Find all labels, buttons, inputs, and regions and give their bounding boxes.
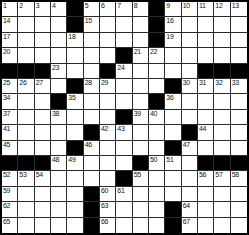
crossword-cell[interactable] <box>51 218 67 233</box>
clue-number: 57 <box>215 171 222 179</box>
crossword-cell[interactable] <box>116 79 132 94</box>
crossword-cell[interactable] <box>35 218 51 233</box>
clue-number: 10 <box>183 2 190 10</box>
black-square <box>67 141 83 156</box>
crossword-cell[interactable] <box>18 187 34 202</box>
black-square <box>84 218 100 233</box>
crossword-cell[interactable]: 64 <box>182 202 198 217</box>
black-square <box>214 64 230 79</box>
crossword-cell[interactable] <box>51 125 67 140</box>
clue-number: 53 <box>19 171 26 179</box>
crossword-grid: 1234567891011121314151617181920212223242… <box>0 0 249 235</box>
black-square <box>165 202 181 217</box>
crossword-cell[interactable] <box>214 17 230 32</box>
crossword-cell[interactable] <box>51 187 67 202</box>
clue-number: 36 <box>166 94 173 102</box>
clue-number: 13 <box>232 2 239 10</box>
clue-number: 18 <box>68 33 75 41</box>
clue-number: 23 <box>52 64 59 72</box>
crossword-cell[interactable]: 5 <box>84 2 100 17</box>
crossword-cell[interactable] <box>149 125 165 140</box>
black-square <box>84 202 100 217</box>
crossword-cell[interactable] <box>182 64 198 79</box>
clue-number: 31 <box>199 79 206 87</box>
clue-number: 63 <box>101 202 108 210</box>
crossword-cell[interactable] <box>35 48 51 63</box>
crossword-cell[interactable] <box>67 202 83 217</box>
black-square <box>35 156 51 171</box>
black-square <box>18 156 34 171</box>
crossword-cell[interactable] <box>100 110 116 125</box>
crossword-cell[interactable] <box>51 202 67 217</box>
crossword-cell[interactable] <box>67 48 83 63</box>
clue-number: 45 <box>3 141 10 149</box>
crossword-cell[interactable]: 6 <box>100 2 116 17</box>
crossword-cell[interactable] <box>165 171 181 186</box>
crossword-cell[interactable] <box>214 110 230 125</box>
clue-number: 15 <box>85 17 92 25</box>
crossword-cell[interactable] <box>214 94 230 109</box>
clue-number: 8 <box>134 2 138 10</box>
black-square <box>35 64 51 79</box>
crossword-cell[interactable]: 55 <box>133 171 149 186</box>
crossword-cell[interactable] <box>133 125 149 140</box>
clue-number: 34 <box>3 94 10 102</box>
crossword-cell[interactable]: 34 <box>2 94 18 109</box>
crossword-cell[interactable] <box>18 17 34 32</box>
crossword-cell[interactable]: 66 <box>100 218 116 233</box>
crossword-cell[interactable] <box>35 202 51 217</box>
crossword-cell[interactable]: 37 <box>2 110 18 125</box>
crossword-cell[interactable] <box>84 64 100 79</box>
crossword-cell[interactable]: 18 <box>67 33 83 48</box>
crossword-cell[interactable]: 12 <box>214 2 230 17</box>
clue-number: 12 <box>215 2 222 10</box>
crossword-cell[interactable]: 31 <box>198 79 214 94</box>
crossword-cell[interactable] <box>84 48 100 63</box>
crossword-cell[interactable]: 20 <box>2 48 18 63</box>
crossword-cell[interactable] <box>18 218 34 233</box>
black-square <box>231 156 247 171</box>
crossword-cell[interactable] <box>149 171 165 186</box>
crossword-cell[interactable]: 10 <box>182 2 198 17</box>
clue-number: 38 <box>52 110 59 118</box>
black-square <box>165 79 181 94</box>
clue-number: 47 <box>183 141 190 149</box>
clue-number: 58 <box>232 171 239 179</box>
crossword-cell[interactable] <box>214 33 230 48</box>
crossword-cell[interactable]: 65 <box>2 218 18 233</box>
crossword-cell[interactable] <box>231 110 247 125</box>
crossword-cell[interactable]: 19 <box>165 33 181 48</box>
clue-number: 32 <box>215 79 222 87</box>
crossword-cell[interactable]: 41 <box>2 125 18 140</box>
crossword-cell[interactable] <box>198 48 214 63</box>
crossword-cell[interactable] <box>67 187 83 202</box>
clue-number: 14 <box>3 17 10 25</box>
black-square <box>51 94 67 109</box>
crossword-cell[interactable] <box>116 94 132 109</box>
crossword-cell[interactable]: 14 <box>2 17 18 32</box>
clue-number: 2 <box>19 2 23 10</box>
crossword-cell[interactable]: 59 <box>2 187 18 202</box>
crossword-cell[interactable]: 26 <box>18 79 34 94</box>
crossword-cell[interactable] <box>51 79 67 94</box>
clue-number: 26 <box>19 79 26 87</box>
crossword-cell[interactable] <box>18 202 34 217</box>
crossword-cell[interactable] <box>133 17 149 32</box>
crossword-cell[interactable] <box>100 17 116 32</box>
clue-number: 52 <box>3 171 10 179</box>
crossword-cell[interactable] <box>100 48 116 63</box>
black-square <box>116 171 132 186</box>
black-square <box>116 48 132 63</box>
clue-number: 66 <box>101 218 108 226</box>
crossword-cell[interactable]: 57 <box>214 171 230 186</box>
black-square <box>2 64 18 79</box>
crossword-cell[interactable] <box>51 141 67 156</box>
crossword-cell[interactable] <box>100 94 116 109</box>
clue-number: 65 <box>3 218 10 226</box>
crossword-cell[interactable]: 63 <box>100 202 116 217</box>
crossword-cell[interactable] <box>133 79 149 94</box>
clue-number: 22 <box>150 48 157 56</box>
crossword-cell[interactable]: 24 <box>116 64 132 79</box>
clue-number: 30 <box>183 79 190 87</box>
clue-number: 1 <box>3 2 7 10</box>
crossword-cell[interactable] <box>165 187 181 202</box>
crossword-cell[interactable] <box>18 33 34 48</box>
clue-number: 20 <box>3 48 10 56</box>
crossword-cell[interactable] <box>84 171 100 186</box>
black-square <box>133 156 149 171</box>
black-square <box>67 2 83 17</box>
clue-number: 33 <box>232 79 239 87</box>
crossword-cell[interactable]: 32 <box>214 79 230 94</box>
crossword-cell[interactable] <box>35 94 51 109</box>
crossword-cell[interactable] <box>214 125 230 140</box>
crossword-cell[interactable] <box>133 187 149 202</box>
clue-number: 50 <box>150 156 157 164</box>
black-square <box>84 187 100 202</box>
black-square <box>149 17 165 32</box>
crossword-cell[interactable]: 38 <box>51 110 67 125</box>
crossword-cell[interactable] <box>231 187 247 202</box>
crossword-cell[interactable] <box>116 33 132 48</box>
crossword-cell[interactable] <box>182 187 198 202</box>
clue-number: 19 <box>166 33 173 41</box>
clue-number: 59 <box>3 187 10 195</box>
clue-number: 3 <box>36 2 40 10</box>
crossword-cell[interactable] <box>231 202 247 217</box>
crossword-cell[interactable] <box>116 141 132 156</box>
crossword-cell[interactable] <box>133 202 149 217</box>
black-square <box>84 125 100 140</box>
clue-number: 35 <box>68 94 75 102</box>
crossword-cell[interactable] <box>165 110 181 125</box>
clue-number: 28 <box>85 79 92 87</box>
black-square <box>182 125 198 140</box>
crossword-board: 1234567891011121314151617181920212223242… <box>0 0 249 235</box>
crossword-cell[interactable] <box>35 141 51 156</box>
crossword-cell[interactable] <box>231 94 247 109</box>
crossword-cell[interactable]: 48 <box>51 156 67 171</box>
crossword-cell[interactable] <box>67 218 83 233</box>
crossword-cell[interactable]: 17 <box>2 33 18 48</box>
black-square <box>165 218 181 233</box>
clue-number: 39 <box>134 110 141 118</box>
crossword-cell[interactable] <box>149 218 165 233</box>
crossword-cell[interactable] <box>133 94 149 109</box>
clue-number: 17 <box>3 33 10 41</box>
crossword-cell[interactable]: 43 <box>116 125 132 140</box>
crossword-cell[interactable]: 53 <box>18 171 34 186</box>
black-square <box>149 33 165 48</box>
crossword-cell[interactable]: 56 <box>198 171 214 186</box>
clue-number: 61 <box>117 187 124 195</box>
clue-number: 4 <box>52 2 56 10</box>
crossword-cell[interactable]: 7 <box>116 2 132 17</box>
black-square <box>198 156 214 171</box>
crossword-cell[interactable]: 16 <box>165 17 181 32</box>
clue-number: 48 <box>52 156 59 164</box>
crossword-cell[interactable] <box>198 94 214 109</box>
crossword-cell[interactable] <box>116 17 132 32</box>
crossword-cell[interactable] <box>116 156 132 171</box>
crossword-cell[interactable]: 39 <box>133 110 149 125</box>
crossword-cell[interactable] <box>18 110 34 125</box>
crossword-cell[interactable]: 40 <box>149 110 165 125</box>
crossword-cell[interactable] <box>51 48 67 63</box>
crossword-cell[interactable]: 29 <box>100 79 116 94</box>
crossword-cell[interactable] <box>67 171 83 186</box>
crossword-cell[interactable] <box>133 218 149 233</box>
clue-number: 43 <box>117 125 124 133</box>
crossword-cell[interactable] <box>35 187 51 202</box>
crossword-cell[interactable] <box>165 64 181 79</box>
crossword-cell[interactable] <box>149 187 165 202</box>
crossword-cell[interactable] <box>84 94 100 109</box>
crossword-cell[interactable] <box>18 48 34 63</box>
crossword-cell[interactable] <box>198 141 214 156</box>
crossword-cell[interactable]: 33 <box>231 79 247 94</box>
clue-number: 41 <box>3 125 10 133</box>
crossword-cell[interactable]: 15 <box>84 17 100 32</box>
crossword-cell[interactable] <box>182 33 198 48</box>
crossword-cell[interactable] <box>182 94 198 109</box>
crossword-cell[interactable]: 42 <box>100 125 116 140</box>
crossword-cell[interactable]: 61 <box>116 187 132 202</box>
crossword-cell[interactable] <box>133 64 149 79</box>
clue-number: 37 <box>3 110 10 118</box>
crossword-cell[interactable] <box>198 110 214 125</box>
crossword-cell[interactable] <box>149 202 165 217</box>
crossword-cell[interactable]: 13 <box>231 2 247 17</box>
crossword-cell[interactable] <box>231 141 247 156</box>
crossword-cell[interactable] <box>214 187 230 202</box>
black-square <box>67 79 83 94</box>
clue-number: 67 <box>183 218 190 226</box>
crossword-cell[interactable] <box>18 141 34 156</box>
crossword-cell[interactable] <box>18 125 34 140</box>
clue-number: 54 <box>36 171 43 179</box>
crossword-cell[interactable]: 11 <box>198 2 214 17</box>
crossword-cell[interactable]: 50 <box>149 156 165 171</box>
crossword-cell[interactable] <box>182 156 198 171</box>
crossword-cell[interactable] <box>116 202 132 217</box>
crossword-cell[interactable] <box>231 33 247 48</box>
clue-number: 42 <box>101 125 108 133</box>
crossword-cell[interactable]: 54 <box>35 171 51 186</box>
crossword-cell[interactable] <box>198 33 214 48</box>
clue-number: 5 <box>85 2 89 10</box>
clue-number: 21 <box>134 48 141 56</box>
clue-number: 49 <box>68 156 75 164</box>
crossword-cell[interactable] <box>231 125 247 140</box>
crossword-cell[interactable] <box>51 171 67 186</box>
crossword-cell[interactable] <box>35 33 51 48</box>
crossword-cell[interactable]: 25 <box>2 79 18 94</box>
clue-number: 60 <box>101 187 108 195</box>
crossword-cell[interactable] <box>214 218 230 233</box>
crossword-cell[interactable]: 8 <box>133 2 149 17</box>
crossword-cell[interactable] <box>214 202 230 217</box>
clue-number: 6 <box>101 2 105 10</box>
crossword-cell[interactable] <box>165 125 181 140</box>
crossword-cell[interactable] <box>182 48 198 63</box>
crossword-cell[interactable]: 52 <box>2 171 18 186</box>
black-square <box>198 64 214 79</box>
crossword-cell[interactable]: 23 <box>51 64 67 79</box>
clue-number: 44 <box>199 125 206 133</box>
black-square <box>18 64 34 79</box>
crossword-cell[interactable]: 9 <box>165 2 181 17</box>
crossword-cell[interactable] <box>149 79 165 94</box>
black-square <box>149 94 165 109</box>
clue-number: 51 <box>166 156 173 164</box>
crossword-cell[interactable] <box>67 125 83 140</box>
crossword-cell[interactable]: 44 <box>198 125 214 140</box>
clue-number: 27 <box>36 79 43 87</box>
crossword-cell[interactable] <box>214 141 230 156</box>
crossword-cell[interactable] <box>35 110 51 125</box>
crossword-cell[interactable] <box>116 218 132 233</box>
crossword-cell[interactable] <box>67 110 83 125</box>
crossword-cell[interactable] <box>84 156 100 171</box>
crossword-cell[interactable] <box>165 48 181 63</box>
crossword-cell[interactable] <box>149 64 165 79</box>
crossword-cell[interactable]: 30 <box>182 79 198 94</box>
crossword-cell[interactable]: 4 <box>51 2 67 17</box>
clue-number: 62 <box>3 202 10 210</box>
crossword-cell[interactable]: 1 <box>2 2 18 17</box>
crossword-cell[interactable] <box>35 125 51 140</box>
clue-number: 40 <box>150 110 157 118</box>
black-square <box>2 156 18 171</box>
clue-number: 56 <box>199 171 206 179</box>
clue-number: 46 <box>85 141 92 149</box>
crossword-cell[interactable]: 49 <box>67 156 83 171</box>
crossword-cell[interactable]: 22 <box>149 48 165 63</box>
clue-number: 7 <box>117 2 121 10</box>
black-square <box>165 141 181 156</box>
crossword-cell[interactable] <box>182 17 198 32</box>
clue-number: 9 <box>166 2 170 10</box>
black-square <box>67 17 83 32</box>
crossword-cell[interactable]: 58 <box>231 171 247 186</box>
black-square <box>214 156 230 171</box>
crossword-cell[interactable] <box>182 110 198 125</box>
crossword-cell[interactable] <box>133 33 149 48</box>
crossword-cell[interactable] <box>214 48 230 63</box>
black-square <box>231 64 247 79</box>
crossword-cell[interactable] <box>133 141 149 156</box>
crossword-cell[interactable] <box>198 17 214 32</box>
clue-number: 24 <box>117 64 124 72</box>
crossword-cell[interactable]: 36 <box>165 94 181 109</box>
crossword-cell[interactable] <box>84 110 100 125</box>
crossword-cell[interactable] <box>51 33 67 48</box>
crossword-cell[interactable]: 67 <box>182 218 198 233</box>
crossword-cell[interactable] <box>18 94 34 109</box>
black-square <box>149 2 165 17</box>
crossword-cell[interactable] <box>100 156 116 171</box>
crossword-cell[interactable] <box>198 218 214 233</box>
clue-number: 55 <box>134 171 141 179</box>
crossword-cell[interactable] <box>198 187 214 202</box>
crossword-cell[interactable]: 46 <box>84 141 100 156</box>
crossword-cell[interactable] <box>231 48 247 63</box>
crossword-cell[interactable] <box>35 17 51 32</box>
crossword-cell[interactable] <box>182 171 198 186</box>
crossword-cell[interactable]: 2 <box>18 2 34 17</box>
clue-number: 64 <box>183 202 190 210</box>
crossword-cell[interactable] <box>100 141 116 156</box>
clue-number: 29 <box>101 79 108 87</box>
clue-number: 11 <box>199 2 206 10</box>
crossword-cell[interactable] <box>84 33 100 48</box>
crossword-cell[interactable] <box>67 64 83 79</box>
crossword-cell[interactable] <box>149 141 165 156</box>
crossword-cell[interactable]: 28 <box>84 79 100 94</box>
crossword-cell[interactable] <box>100 171 116 186</box>
crossword-cell[interactable]: 35 <box>67 94 83 109</box>
crossword-cell[interactable]: 60 <box>100 187 116 202</box>
crossword-cell[interactable] <box>231 17 247 32</box>
crossword-cell[interactable] <box>100 33 116 48</box>
clue-number: 25 <box>3 79 10 87</box>
crossword-cell[interactable] <box>198 202 214 217</box>
black-square <box>100 64 116 79</box>
crossword-cell[interactable]: 62 <box>2 202 18 217</box>
crossword-cell[interactable]: 3 <box>35 2 51 17</box>
black-square <box>116 110 132 125</box>
crossword-cell[interactable] <box>231 218 247 233</box>
crossword-cell[interactable]: 27 <box>35 79 51 94</box>
crossword-cell[interactable]: 45 <box>2 141 18 156</box>
clue-number: 16 <box>166 17 173 25</box>
crossword-cell[interactable]: 21 <box>133 48 149 63</box>
crossword-cell[interactable]: 51 <box>165 156 181 171</box>
crossword-cell[interactable]: 47 <box>182 141 198 156</box>
crossword-cell[interactable] <box>51 17 67 32</box>
